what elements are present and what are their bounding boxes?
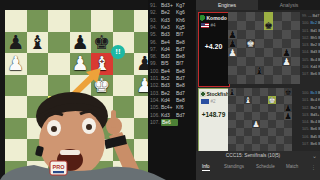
tab-info[interactable]: Info xyxy=(202,164,210,171)
square-a6 xyxy=(228,104,236,112)
square-b5 xyxy=(237,39,246,48)
square-e4 xyxy=(264,48,273,57)
komodo-name: Komodo xyxy=(200,15,228,21)
square-e5 xyxy=(260,112,268,120)
white-pawn-g3: ♟ xyxy=(282,57,291,66)
blue-flag-icon xyxy=(201,99,209,104)
square-f3 xyxy=(273,57,282,66)
square-b1 xyxy=(237,75,246,84)
square-g3 xyxy=(276,128,284,136)
square-c1 xyxy=(246,75,255,84)
square-h2 xyxy=(291,66,300,75)
stream-screenshot: ♟♝♟♚♟♟♝♟♚♟ !! 91.Bd3+Kg792.Be2Kg693.Kd3K… xyxy=(0,0,320,180)
square-h4 xyxy=(291,48,300,57)
square-h3 xyxy=(284,128,292,136)
square-c8 xyxy=(246,12,255,21)
us-flag-icon xyxy=(201,23,209,28)
square-a8 xyxy=(228,12,237,21)
square-f5 xyxy=(273,39,282,48)
square-g6 xyxy=(276,104,284,112)
black-bishop-d2: ♝ xyxy=(255,66,264,75)
square-b2 xyxy=(237,66,246,75)
svg-text:PRO: PRO xyxy=(53,164,66,170)
square-a5 xyxy=(228,112,236,120)
square-f7 xyxy=(273,21,282,30)
pv-row[interactable]: 106. Kd4 Kd8 xyxy=(302,64,320,71)
black-bishop-a8: ♝ xyxy=(228,88,236,96)
pv-row[interactable]: 105. Be6 Bc6 xyxy=(302,126,320,133)
square-a3 xyxy=(228,128,236,136)
square-h8 xyxy=(291,12,300,21)
square-g8 xyxy=(282,12,291,21)
square-a2 xyxy=(228,66,237,75)
pv-row[interactable]: 107. Be6 Bc8 xyxy=(302,71,320,78)
tab-match[interactable]: Match xyxy=(286,164,298,169)
square-f6 xyxy=(268,104,276,112)
square-b6 xyxy=(237,30,246,39)
collapse-icon[interactable]: ⌄ xyxy=(312,152,317,159)
pv-row[interactable]: 102. Be2 Bc8 xyxy=(302,105,320,112)
square-c5 xyxy=(244,112,252,120)
square-g7 xyxy=(276,96,284,104)
square-f8 xyxy=(273,12,282,21)
event-title: CCC15: Semifinals (10|5) xyxy=(196,153,310,158)
stockfish-eval-panel: Stockfish #2 +148.79 xyxy=(198,88,230,153)
square-b4 xyxy=(236,120,244,128)
square-e7 xyxy=(260,96,268,104)
square-b4 xyxy=(237,48,246,57)
white-king-f7: ♚ xyxy=(268,96,276,104)
engine-tabs-bar: Engines Analysis xyxy=(196,0,320,10)
black-king-h8: ♚ xyxy=(284,88,292,96)
stockfish-name: Stockfish xyxy=(200,91,228,97)
square-h5 xyxy=(291,39,300,48)
pv-row[interactable]: 103. Bd3+ Kg7 xyxy=(302,112,320,119)
square-b7 xyxy=(236,96,244,104)
pv-row[interactable]: 103. Be2 Bd7 xyxy=(302,42,320,49)
square-e2 xyxy=(260,136,268,144)
square-d7 xyxy=(252,96,260,104)
square-h3 xyxy=(291,57,300,66)
square-b8 xyxy=(237,12,246,21)
stockfish-eval-value: +148.79 xyxy=(199,111,229,118)
square-f2 xyxy=(268,136,276,144)
square-e8 xyxy=(260,88,268,96)
square-f4 xyxy=(273,48,282,57)
white-pawn-a4: ♟ xyxy=(228,48,237,57)
square-h7 xyxy=(291,21,300,30)
square-c2 xyxy=(246,66,255,75)
square-e1 xyxy=(264,75,273,84)
square-b5 xyxy=(236,112,244,120)
square-b7 xyxy=(237,21,246,30)
pv-row[interactable]: 105. Bc4 Bd7 xyxy=(302,57,320,64)
square-e2 xyxy=(264,66,273,75)
pv-row[interactable]: 102. Bh5 Be6 xyxy=(302,35,320,42)
pv-row[interactable]: 107. Be6 Bd7 xyxy=(302,141,320,148)
square-f6 xyxy=(273,30,282,39)
square-g8 xyxy=(276,88,284,96)
square-a1 xyxy=(228,75,237,84)
komodo-dragon-icon xyxy=(200,15,206,21)
square-g2 xyxy=(276,136,284,144)
square-d7 xyxy=(255,21,264,30)
square-f2 xyxy=(273,66,282,75)
shirt-logo: PRO xyxy=(50,161,67,175)
square-d8 xyxy=(255,12,264,21)
square-c3 xyxy=(246,57,255,66)
square-b2 xyxy=(236,136,244,144)
white-bishop-c7: ♝ xyxy=(244,96,252,104)
square-c4 xyxy=(244,120,252,128)
event-bottom-bar: CCC15: Semifinals (10|5) ⌄ Info Standing… xyxy=(196,151,320,180)
square-g6 xyxy=(282,30,291,39)
square-g2 xyxy=(282,66,291,75)
square-c2 xyxy=(244,136,252,144)
square-b6 xyxy=(236,104,244,112)
square-h6 xyxy=(291,30,300,39)
square-c3 xyxy=(244,128,252,136)
white-king-c5: ♚ xyxy=(246,39,255,48)
komodo-seed: #4 xyxy=(201,23,216,29)
square-f1 xyxy=(273,75,282,84)
square-f3 xyxy=(268,128,276,136)
black-king-e7: ♚ xyxy=(264,21,273,30)
square-d1 xyxy=(255,75,264,84)
pv-row[interactable]: 106. Bd5 Be8 xyxy=(302,134,320,141)
square-d8 xyxy=(252,88,260,96)
pv-row[interactable]: 99. ... Bd7 xyxy=(302,13,320,20)
square-c4 xyxy=(246,48,255,57)
square-f5 xyxy=(268,112,276,120)
square-b3 xyxy=(237,57,246,66)
square-e3 xyxy=(264,57,273,66)
square-a3 xyxy=(228,57,237,66)
black-pawn-h5: ♟ xyxy=(284,112,292,120)
stockfish-fish-icon xyxy=(200,91,206,97)
square-h1 xyxy=(291,75,300,84)
square-e3 xyxy=(260,128,268,136)
komodo-eval-value: +4.20 xyxy=(199,43,229,50)
pv-row[interactable]: 104. Bd3 Be8 xyxy=(302,49,320,56)
square-b3 xyxy=(236,128,244,136)
tab-engines[interactable]: Engines xyxy=(196,0,258,10)
square-d5 xyxy=(255,39,264,48)
pv-row[interactable]: 101. Bc4 Kg6 xyxy=(302,97,320,104)
square-a4 xyxy=(228,120,236,128)
tab-analysis[interactable]: Analysis xyxy=(258,0,320,10)
square-b8 xyxy=(236,88,244,96)
komodo-eval-panel: Komodo #4 +4.20 xyxy=(198,12,230,87)
square-d4 xyxy=(255,48,264,57)
square-g1 xyxy=(282,75,291,84)
presenter-finger xyxy=(111,110,116,128)
tab-standings[interactable]: Standings xyxy=(224,164,244,169)
square-g7 xyxy=(282,21,291,30)
brilliant-move-badge: !! xyxy=(111,45,125,59)
square-d6 xyxy=(252,104,260,112)
square-d2 xyxy=(252,136,260,144)
square-e4 xyxy=(260,120,268,128)
square-e6 xyxy=(264,30,273,39)
white-pawn-d4: ♟ xyxy=(252,120,260,128)
square-a2 xyxy=(228,136,236,144)
square-g4 xyxy=(276,120,284,128)
stockfish-pv-list[interactable]: 100. Bc3 Bb7101. Bc4 Kg6102. Be2 Bc8103.… xyxy=(302,90,320,148)
pv-row[interactable]: 100. Bc2 Be8 xyxy=(302,20,320,27)
square-h2 xyxy=(284,136,292,144)
square-g5 xyxy=(276,112,284,120)
presenter: PRO xyxy=(0,88,170,180)
square-c6 xyxy=(244,104,252,112)
more-menu-icon[interactable]: ⋮ xyxy=(311,164,316,170)
pv-row[interactable]: 101. Bd1 Bd7 xyxy=(302,28,320,35)
square-d6 xyxy=(255,30,264,39)
square-a7 xyxy=(228,96,236,104)
stockfish-seed: #2 xyxy=(201,99,216,105)
square-d3 xyxy=(252,128,260,136)
square-c7 xyxy=(246,21,255,30)
tab-schedule[interactable]: Schedule xyxy=(256,164,275,169)
square-e5 xyxy=(264,39,273,48)
pv-row[interactable]: 100. Bc3 Bb7 xyxy=(302,90,320,97)
square-f4 xyxy=(268,120,276,128)
pv-row[interactable]: 104. Bc4 Bd7 xyxy=(302,119,320,126)
square-h4 xyxy=(284,120,292,128)
square-e6 xyxy=(260,104,268,112)
komodo-pv-list[interactable]: 99. ... Bd7100. Bc2 Be8101. Bd1 Bd7102. … xyxy=(302,13,320,79)
